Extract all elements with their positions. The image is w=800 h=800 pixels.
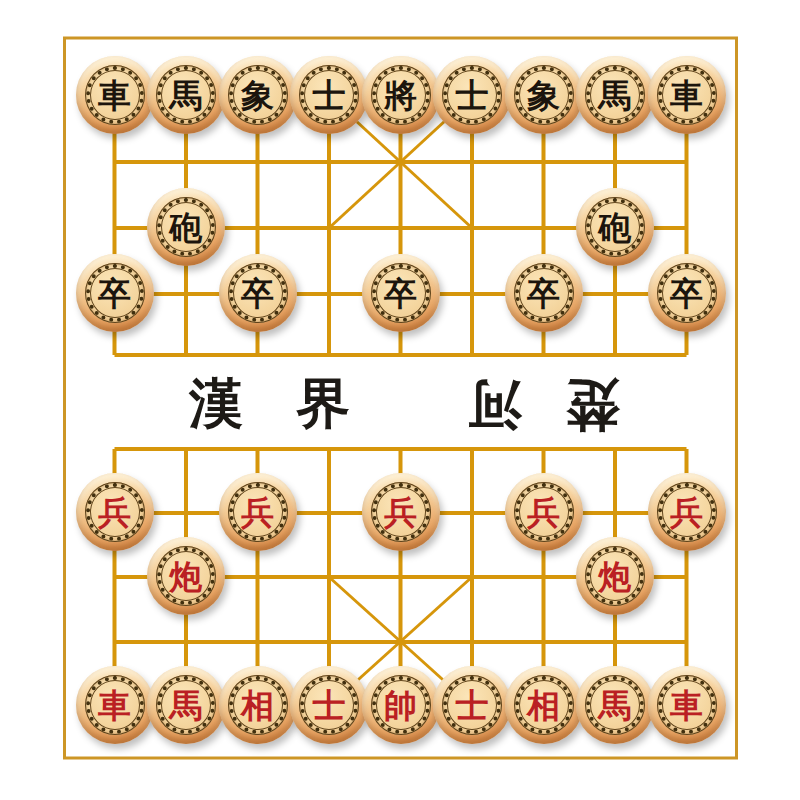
piece-black-general[interactable]: 將	[362, 56, 440, 134]
piece-face: 兵	[228, 482, 288, 542]
piece-black-soldier[interactable]: 卒	[76, 254, 154, 332]
piece-black-elephant[interactable]: 象	[505, 56, 583, 134]
ornament-ring-icon: 卒	[86, 264, 144, 322]
ornament-ring-icon: 馬	[157, 66, 215, 124]
piece-character: 砲	[599, 211, 632, 244]
piece-face: 象	[228, 65, 288, 125]
piece-red-horse[interactable]: 馬	[147, 666, 225, 744]
piece-character: 卒	[670, 277, 703, 310]
piece-character: 卒	[384, 277, 417, 310]
piece-red-soldier[interactable]: 兵	[362, 473, 440, 551]
piece-black-elephant[interactable]: 象	[219, 56, 297, 134]
piece-red-soldier[interactable]: 兵	[505, 473, 583, 551]
piece-character: 士	[313, 79, 346, 112]
ornament-ring-icon: 兵	[658, 483, 716, 541]
ornament-ring-icon: 卒	[229, 264, 287, 322]
piece-black-soldier[interactable]: 卒	[362, 254, 440, 332]
piece-face: 卒	[228, 263, 288, 323]
ornament-ring-icon: 車	[86, 676, 144, 734]
ornament-ring-icon: 將	[372, 66, 430, 124]
piece-black-cannon[interactable]: 砲	[147, 188, 225, 266]
ornament-ring-icon: 士	[300, 66, 358, 124]
river-label-chu: 楚	[566, 368, 620, 441]
piece-character: 士	[313, 689, 346, 722]
piece-character: 象	[527, 79, 560, 112]
piece-black-soldier[interactable]: 卒	[648, 254, 726, 332]
piece-red-horse[interactable]: 馬	[576, 666, 654, 744]
ornament-ring-icon: 砲	[586, 198, 644, 256]
piece-face: 相	[514, 675, 574, 735]
piece-black-advisor[interactable]: 士	[433, 56, 511, 134]
ornament-ring-icon: 兵	[229, 483, 287, 541]
piece-character: 帥	[384, 689, 417, 722]
piece-character: 車	[670, 689, 703, 722]
piece-black-horse[interactable]: 馬	[576, 56, 654, 134]
piece-face: 士	[442, 675, 502, 735]
piece-character: 卒	[527, 277, 560, 310]
piece-face: 卒	[85, 263, 145, 323]
piece-character: 馬	[170, 689, 203, 722]
ornament-ring-icon: 車	[658, 66, 716, 124]
piece-character: 馬	[170, 79, 203, 112]
ornament-ring-icon: 士	[443, 66, 501, 124]
piece-face: 馬	[156, 675, 216, 735]
river-label-han: 漢	[189, 368, 243, 441]
piece-character: 馬	[599, 79, 632, 112]
piece-character: 兵	[384, 496, 417, 529]
piece-character: 相	[527, 689, 560, 722]
ornament-ring-icon: 士	[300, 676, 358, 734]
piece-face: 炮	[585, 546, 645, 606]
piece-red-chariot[interactable]: 車	[648, 666, 726, 744]
xiangqi-board: 漢 界 河 楚 車馬象士將士象馬車砲砲卒卒卒卒卒兵兵兵兵兵炮炮車馬相士帥士相馬車	[0, 0, 800, 800]
piece-character: 車	[98, 79, 131, 112]
piece-face: 卒	[371, 263, 431, 323]
piece-character: 砲	[170, 211, 203, 244]
piece-character: 炮	[599, 560, 632, 593]
piece-face: 馬	[156, 65, 216, 125]
piece-character: 將	[384, 79, 417, 112]
piece-black-chariot[interactable]: 車	[76, 56, 154, 134]
piece-character: 兵	[98, 496, 131, 529]
piece-face: 士	[299, 65, 359, 125]
piece-face: 相	[228, 675, 288, 735]
ornament-ring-icon: 相	[515, 676, 573, 734]
piece-black-advisor[interactable]: 士	[290, 56, 368, 134]
ornament-ring-icon: 砲	[157, 198, 215, 256]
piece-face: 砲	[585, 197, 645, 257]
piece-character: 炮	[170, 560, 203, 593]
piece-character: 車	[98, 689, 131, 722]
piece-face: 卒	[657, 263, 717, 323]
ornament-ring-icon: 馬	[157, 676, 215, 734]
piece-face: 士	[442, 65, 502, 125]
piece-face: 士	[299, 675, 359, 735]
piece-red-soldier[interactable]: 兵	[76, 473, 154, 551]
piece-red-general[interactable]: 帥	[362, 666, 440, 744]
piece-character: 兵	[241, 496, 274, 529]
piece-face: 兵	[657, 482, 717, 542]
ornament-ring-icon: 帥	[372, 676, 430, 734]
piece-red-advisor[interactable]: 士	[290, 666, 368, 744]
piece-character: 相	[241, 689, 274, 722]
piece-face: 車	[657, 675, 717, 735]
piece-black-horse[interactable]: 馬	[147, 56, 225, 134]
ornament-ring-icon: 炮	[586, 547, 644, 605]
piece-face: 卒	[514, 263, 574, 323]
piece-face: 車	[85, 675, 145, 735]
ornament-ring-icon: 炮	[157, 547, 215, 605]
piece-face: 兵	[85, 482, 145, 542]
piece-red-cannon[interactable]: 炮	[576, 537, 654, 615]
ornament-ring-icon: 相	[229, 676, 287, 734]
piece-face: 車	[657, 65, 717, 125]
piece-black-soldier[interactable]: 卒	[219, 254, 297, 332]
piece-black-chariot[interactable]: 車	[648, 56, 726, 134]
piece-black-soldier[interactable]: 卒	[505, 254, 583, 332]
piece-face: 帥	[371, 675, 431, 735]
piece-face: 象	[514, 65, 574, 125]
piece-character: 卒	[241, 277, 274, 310]
piece-red-elephant[interactable]: 相	[219, 666, 297, 744]
piece-character: 車	[670, 79, 703, 112]
piece-red-cannon[interactable]: 炮	[147, 537, 225, 615]
ornament-ring-icon: 卒	[372, 264, 430, 322]
piece-red-soldier[interactable]: 兵	[219, 473, 297, 551]
ornament-ring-icon: 車	[658, 676, 716, 734]
piece-character: 馬	[599, 689, 632, 722]
piece-face: 將	[371, 65, 431, 125]
piece-red-elephant[interactable]: 相	[505, 666, 583, 744]
piece-character: 卒	[98, 277, 131, 310]
ornament-ring-icon: 兵	[515, 483, 573, 541]
piece-character: 兵	[670, 496, 703, 529]
piece-face: 砲	[156, 197, 216, 257]
piece-red-chariot[interactable]: 車	[76, 666, 154, 744]
piece-face: 車	[85, 65, 145, 125]
ornament-ring-icon: 卒	[658, 264, 716, 322]
piece-character: 士	[456, 79, 489, 112]
piece-face: 炮	[156, 546, 216, 606]
ornament-ring-icon: 車	[86, 66, 144, 124]
river-label-he: 河	[468, 368, 522, 441]
ornament-ring-icon: 卒	[515, 264, 573, 322]
piece-character: 象	[241, 79, 274, 112]
piece-red-advisor[interactable]: 士	[433, 666, 511, 744]
ornament-ring-icon: 馬	[586, 66, 644, 124]
piece-red-soldier[interactable]: 兵	[648, 473, 726, 551]
piece-character: 兵	[527, 496, 560, 529]
piece-black-cannon[interactable]: 砲	[576, 188, 654, 266]
river-label-jie: 界	[296, 368, 350, 441]
piece-face: 馬	[585, 65, 645, 125]
ornament-ring-icon: 馬	[586, 676, 644, 734]
piece-face: 馬	[585, 675, 645, 735]
ornament-ring-icon: 士	[443, 676, 501, 734]
ornament-ring-icon: 兵	[86, 483, 144, 541]
ornament-ring-icon: 象	[515, 66, 573, 124]
piece-character: 士	[456, 689, 489, 722]
ornament-ring-icon: 兵	[372, 483, 430, 541]
piece-face: 兵	[371, 482, 431, 542]
piece-face: 兵	[514, 482, 574, 542]
ornament-ring-icon: 象	[229, 66, 287, 124]
